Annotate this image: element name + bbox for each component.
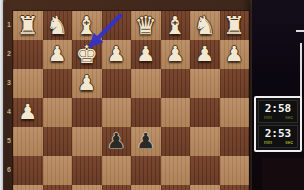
clock-bottom-time: 2:53 — [259, 128, 297, 140]
clock-bottom-labels: min sec — [259, 139, 297, 145]
square-h6[interactable] — [13, 156, 43, 185]
piece-white-queen: ♛ — [135, 11, 157, 40]
piece-white-pawn: ♟ — [166, 40, 185, 69]
square-a7[interactable]: ♟ — [220, 185, 250, 190]
board: ♜♞♝♛♝♞♜♟♚♟♟♟♟♟♟♟♟♟♟♟♟♟♟♟♜♞♝♚♛♝♞♜ — [13, 11, 249, 190]
clock-top-sec-label: sec — [285, 115, 293, 120]
square-g6[interactable] — [43, 156, 73, 185]
piece-white-king: ♚ — [76, 40, 98, 69]
square-g4[interactable] — [43, 98, 73, 127]
square-g5[interactable] — [43, 127, 73, 156]
square-b4[interactable] — [190, 98, 220, 127]
piece-white-bishop: ♝ — [76, 11, 98, 40]
piece-black-pawn: ♟ — [166, 185, 185, 190]
square-e2[interactable]: ♟ — [102, 40, 132, 69]
square-f3[interactable]: ♟ — [72, 69, 102, 98]
square-b7[interactable]: ♟ — [190, 185, 220, 190]
square-c3[interactable] — [161, 69, 191, 98]
piece-white-pawn: ♟ — [107, 40, 126, 69]
square-b6[interactable] — [190, 156, 220, 185]
square-h3[interactable] — [13, 69, 43, 98]
square-b1[interactable]: ♞ — [190, 11, 220, 40]
clock-top-display: 2:58 min sec — [258, 100, 298, 123]
chess-app-screen: ♜♞♝♛♝♞♜♟♚♟♟♟♟♟♟♟♟♟♟♟♟♟♟♟♜♞♝♚♛♝♞♜ 123456 … — [0, 0, 304, 190]
square-d6[interactable] — [131, 156, 161, 185]
square-d1[interactable]: ♛ — [131, 11, 161, 40]
piece-white-pawn: ♟ — [48, 40, 67, 69]
square-e6[interactable] — [102, 156, 132, 185]
square-g7[interactable]: ♟ — [43, 185, 73, 190]
square-f4[interactable] — [72, 98, 102, 127]
square-e1[interactable] — [102, 11, 132, 40]
clock-top-labels: min sec — [259, 114, 297, 120]
panel-edge-line — [300, 43, 302, 101]
square-c5[interactable] — [161, 127, 191, 156]
square-h4[interactable]: ♟ — [13, 98, 43, 127]
square-e5[interactable]: ♟ — [102, 127, 132, 156]
clock-bottom-display: 2:53 min sec — [258, 125, 298, 148]
piece-black-pawn: ♟ — [77, 185, 96, 190]
square-a3[interactable] — [220, 69, 250, 98]
piece-black-pawn: ♟ — [107, 127, 126, 156]
square-b3[interactable] — [190, 69, 220, 98]
clock-top-min-label: min — [264, 115, 272, 120]
square-e7[interactable] — [102, 185, 132, 190]
piece-white-pawn: ♟ — [77, 69, 96, 98]
square-e3[interactable] — [102, 69, 132, 98]
square-d4[interactable] — [131, 98, 161, 127]
clock-bottom-sec-label: sec — [285, 140, 293, 145]
piece-white-knight: ♞ — [194, 11, 216, 40]
piece-white-pawn: ♟ — [18, 98, 37, 127]
square-b5[interactable] — [190, 127, 220, 156]
chess-clock: 2:58 min sec 2:53 min sec — [254, 96, 302, 152]
square-d2[interactable]: ♟ — [131, 40, 161, 69]
rank-label-4: 4 — [5, 108, 13, 115]
piece-white-pawn: ♟ — [225, 40, 244, 69]
square-c7[interactable]: ♟ — [161, 185, 191, 190]
side-panel: 2:58 min sec 2:53 min sec — [252, 0, 304, 190]
square-a2[interactable]: ♟ — [220, 40, 250, 69]
square-h7[interactable]: ♟ — [13, 185, 43, 190]
piece-white-pawn: ♟ — [195, 40, 214, 69]
square-g1[interactable]: ♞ — [43, 11, 73, 40]
square-e4[interactable] — [102, 98, 132, 127]
square-a6[interactable] — [220, 156, 250, 185]
rank-label-5: 5 — [5, 137, 13, 144]
piece-black-pawn: ♟ — [136, 127, 155, 156]
piece-black-pawn: ♟ — [48, 185, 67, 190]
piece-white-rook: ♜ — [17, 11, 39, 40]
rank-label-1: 1 — [5, 21, 13, 28]
square-d7[interactable] — [131, 185, 161, 190]
clock-bottom-min-label: min — [264, 140, 272, 145]
square-f5[interactable] — [72, 127, 102, 156]
square-c1[interactable]: ♝ — [161, 11, 191, 40]
piece-white-bishop: ♝ — [164, 11, 186, 40]
square-c2[interactable]: ♟ — [161, 40, 191, 69]
square-h1[interactable]: ♜ — [13, 11, 43, 40]
piece-black-pawn: ♟ — [195, 185, 214, 190]
square-a1[interactable]: ♜ — [220, 11, 250, 40]
piece-black-pawn: ♟ — [225, 185, 244, 190]
rank-label-2: 2 — [5, 50, 13, 57]
square-d5[interactable]: ♟ — [131, 127, 161, 156]
square-a5[interactable] — [220, 127, 250, 156]
panel-lower-box — [262, 158, 304, 190]
square-h5[interactable] — [13, 127, 43, 156]
piece-white-pawn: ♟ — [136, 40, 155, 69]
square-f7[interactable]: ♟ — [72, 185, 102, 190]
square-g2[interactable]: ♟ — [43, 40, 73, 69]
square-g3[interactable] — [43, 69, 73, 98]
square-f6[interactable] — [72, 156, 102, 185]
square-c6[interactable] — [161, 156, 191, 185]
piece-black-pawn: ♟ — [18, 185, 37, 190]
square-b2[interactable]: ♟ — [190, 40, 220, 69]
clock-top-time: 2:58 — [259, 103, 297, 115]
panel-edge-tick — [296, 30, 304, 32]
rank-label-3: 3 — [5, 79, 13, 86]
square-f2[interactable]: ♚ — [72, 40, 102, 69]
square-d3[interactable] — [131, 69, 161, 98]
square-c4[interactable] — [161, 98, 191, 127]
rank-label-6: 6 — [5, 166, 13, 173]
square-a4[interactable] — [220, 98, 250, 127]
square-f1[interactable]: ♝ — [72, 11, 102, 40]
piece-white-knight: ♞ — [46, 11, 68, 40]
piece-white-rook: ♜ — [223, 11, 245, 40]
square-h2[interactable] — [13, 40, 43, 69]
